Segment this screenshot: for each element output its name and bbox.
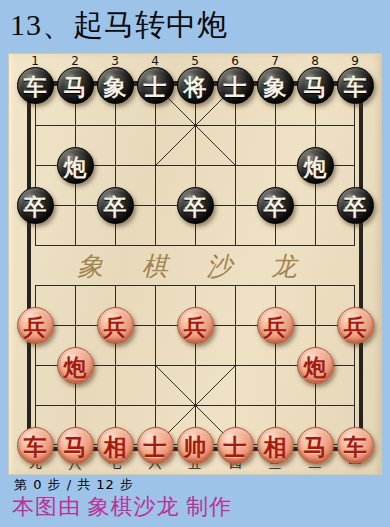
piece-black-士[interactable]: 士 [217, 67, 254, 104]
piece-glyph: 士 [138, 68, 173, 105]
piece-glyph: 士 [218, 428, 253, 465]
piece-red-车[interactable]: 车 [17, 427, 54, 464]
piece-red-兵[interactable]: 兵 [97, 307, 134, 344]
piece-glyph: 炮 [298, 348, 333, 385]
piece-black-卒[interactable]: 卒 [257, 187, 294, 224]
board-cell [155, 365, 195, 405]
column-label-top: 7 [264, 54, 286, 68]
piece-black-车[interactable]: 车 [17, 67, 54, 104]
column-label-top: 4 [144, 54, 166, 68]
piece-black-炮[interactable]: 炮 [57, 147, 94, 184]
piece-glyph: 兵 [178, 308, 213, 345]
piece-glyph: 帅 [178, 428, 213, 465]
credit-line: 本图由 象棋沙龙 制作 [12, 492, 232, 522]
column-label-top: 3 [104, 54, 126, 68]
column-label-top: 6 [224, 54, 246, 68]
piece-glyph: 卒 [18, 188, 53, 225]
piece-glyph: 兵 [258, 308, 293, 345]
piece-black-卒[interactable]: 卒 [177, 187, 214, 224]
column-label-top: 9 [344, 54, 366, 68]
column-label-top: 5 [184, 54, 206, 68]
piece-red-士[interactable]: 士 [137, 427, 174, 464]
piece-black-士[interactable]: 士 [137, 67, 174, 104]
piece-glyph: 马 [298, 68, 333, 105]
piece-glyph: 炮 [298, 148, 333, 185]
board-cell [115, 125, 155, 165]
piece-glyph: 兵 [18, 308, 53, 345]
piece-glyph: 马 [58, 428, 93, 465]
piece-red-炮[interactable]: 炮 [297, 347, 334, 384]
board-cell [235, 125, 275, 165]
piece-glyph: 卒 [178, 188, 213, 225]
piece-glyph: 相 [98, 428, 133, 465]
piece-glyph: 将 [178, 68, 213, 105]
piece-glyph: 车 [18, 428, 53, 465]
piece-glyph: 兵 [338, 308, 373, 345]
piece-glyph: 士 [138, 428, 173, 465]
piece-glyph: 炮 [58, 148, 93, 185]
piece-black-卒[interactable]: 卒 [97, 187, 134, 224]
piece-black-象[interactable]: 象 [97, 67, 134, 104]
piece-glyph: 象 [258, 68, 293, 105]
piece-black-卒[interactable]: 卒 [337, 187, 374, 224]
piece-black-马[interactable]: 马 [297, 67, 334, 104]
column-label-top: 1 [24, 54, 46, 68]
piece-black-将[interactable]: 将 [177, 67, 214, 104]
board-cell [115, 365, 155, 405]
piece-red-帅[interactable]: 帅 [177, 427, 214, 464]
board-cell [195, 125, 235, 165]
piece-red-相[interactable]: 相 [97, 427, 134, 464]
piece-glyph: 车 [338, 428, 373, 465]
piece-glyph: 象 [98, 68, 133, 105]
piece-red-马[interactable]: 马 [57, 427, 94, 464]
piece-red-车[interactable]: 车 [337, 427, 374, 464]
piece-black-卒[interactable]: 卒 [17, 187, 54, 224]
piece-glyph: 相 [258, 428, 293, 465]
page-title: 13、起马转中炮 [10, 5, 228, 46]
piece-glyph: 兵 [98, 308, 133, 345]
xiangqi-board[interactable]: 象 棋 沙 龙 123456789 九八七六五四三二一 车马象士将士象马车炮炮卒… [8, 53, 382, 475]
piece-red-炮[interactable]: 炮 [57, 347, 94, 384]
board-cell [155, 125, 195, 165]
piece-red-兵[interactable]: 兵 [17, 307, 54, 344]
xiangqi-diagram-page: 13、起马转中炮 象 棋 沙 龙 123456789 九八七六五四三二一 车马象… [0, 0, 390, 527]
river-banner-text: 象 棋 沙 龙 [35, 249, 355, 284]
piece-red-兵[interactable]: 兵 [257, 307, 294, 344]
piece-glyph: 士 [218, 68, 253, 105]
column-label-top: 2 [64, 54, 86, 68]
piece-red-兵[interactable]: 兵 [337, 307, 374, 344]
column-label-top: 8 [304, 54, 326, 68]
board-cell [235, 365, 275, 405]
piece-black-象[interactable]: 象 [257, 67, 294, 104]
piece-red-马[interactable]: 马 [297, 427, 334, 464]
piece-black-马[interactable]: 马 [57, 67, 94, 104]
piece-red-士[interactable]: 士 [217, 427, 254, 464]
piece-glyph: 卒 [98, 188, 133, 225]
piece-glyph: 马 [58, 68, 93, 105]
piece-black-炮[interactable]: 炮 [297, 147, 334, 184]
piece-glyph: 卒 [258, 188, 293, 225]
piece-glyph: 卒 [338, 188, 373, 225]
piece-glyph: 车 [18, 68, 53, 105]
piece-red-相[interactable]: 相 [257, 427, 294, 464]
piece-black-车[interactable]: 车 [337, 67, 374, 104]
piece-glyph: 马 [298, 428, 333, 465]
piece-glyph: 车 [338, 68, 373, 105]
piece-glyph: 炮 [58, 348, 93, 385]
piece-red-兵[interactable]: 兵 [177, 307, 214, 344]
board-cell [195, 365, 235, 405]
